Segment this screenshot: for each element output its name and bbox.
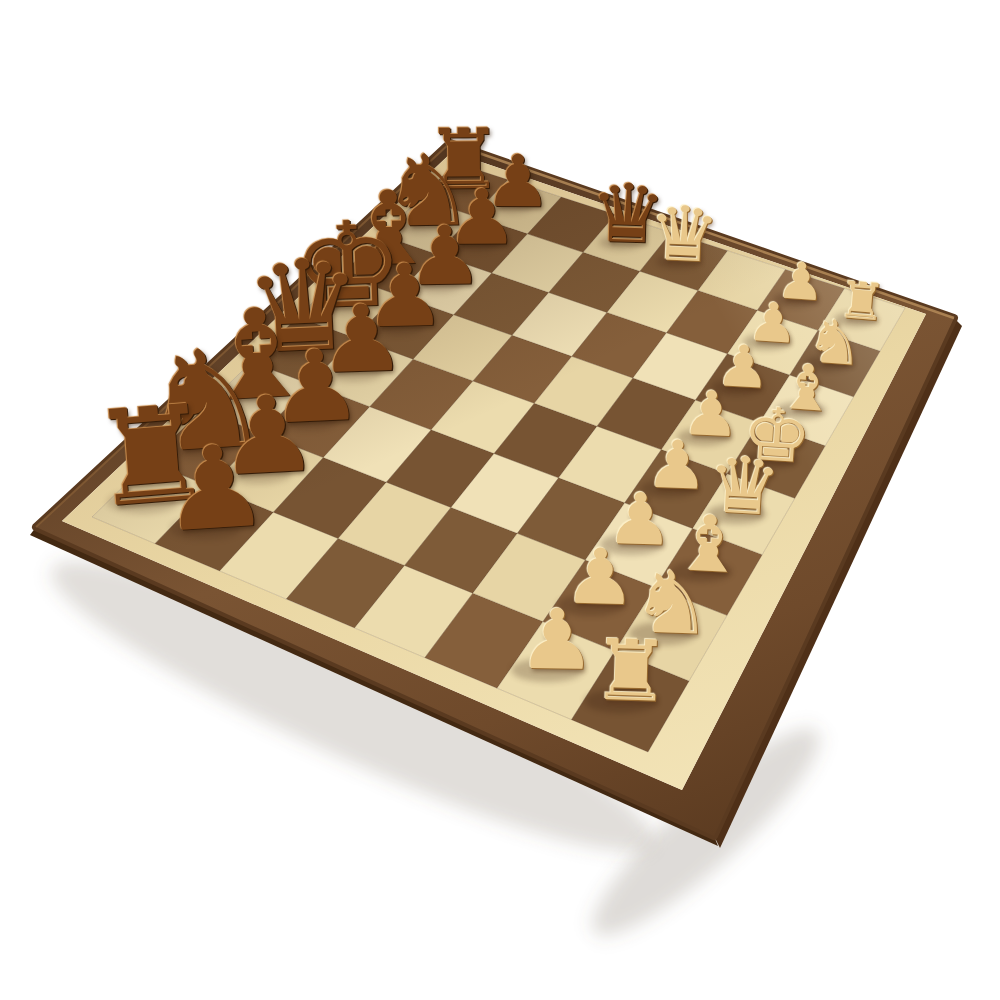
- product-photo-scene: ♜♟♞♛♟♛♝♟♟♚♜♟♟♛♞♟♟♝♝♟♟♞♚♟♟♜♛♟♟♝♟♞♟♜: [0, 0, 1000, 1000]
- chessboard: [0, 0, 1000, 1000]
